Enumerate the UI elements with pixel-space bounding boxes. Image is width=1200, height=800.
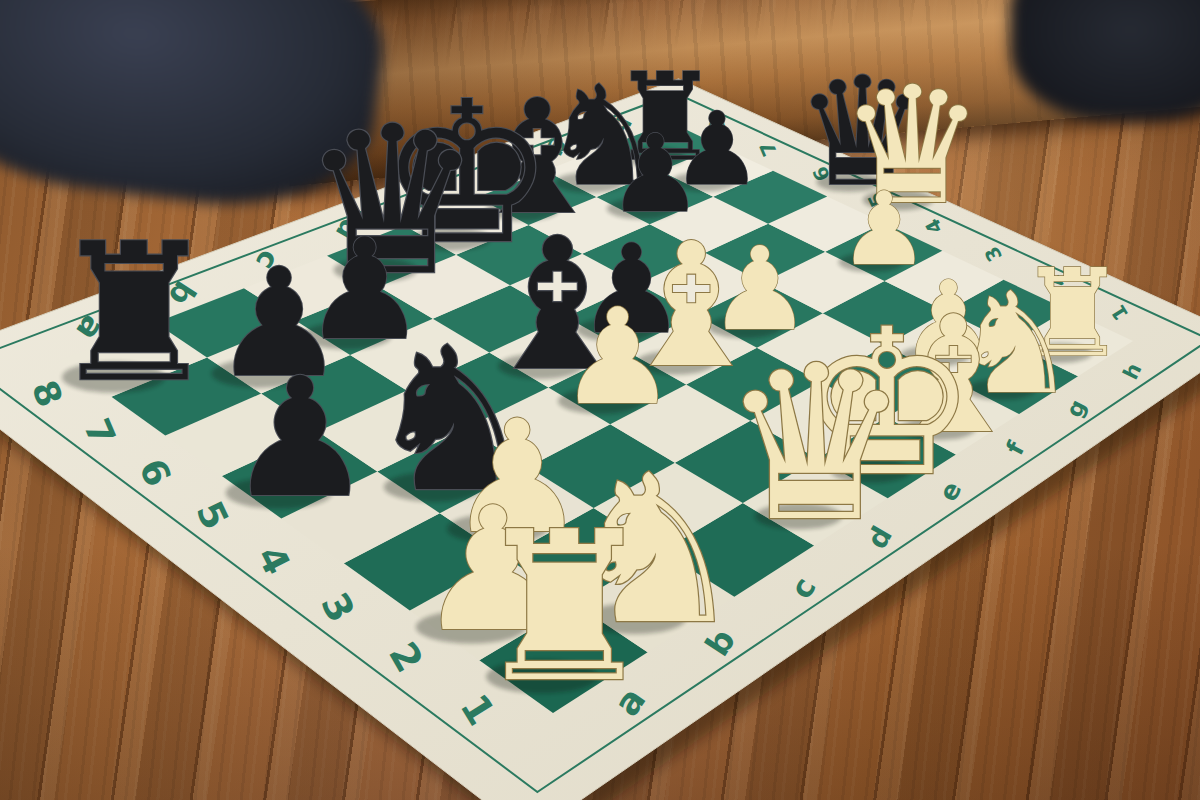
white-rook-glyph: ♜ — [472, 487, 657, 728]
white-queen-glyph: ♛ — [720, 320, 911, 568]
black-rook-glyph: ♜ — [49, 202, 220, 424]
piece-white-queen-d1[interactable]: ♛ — [720, 320, 911, 568]
piece-black-pawn-a5[interactable]: ♟ — [226, 342, 374, 534]
piece-white-rook-a1[interactable]: ♜ — [472, 487, 657, 728]
chess-board: 1a1a2b2b3c3c4d4d5e5e6f6f7g7g8h8h♜♟♛♞♛♟♝♚… — [0, 0, 1200, 800]
piece-black-rook-a8[interactable]: ♜ — [49, 202, 220, 424]
black-pawn-glyph: ♟ — [226, 342, 374, 534]
chessboard-photo-scene: 1a1a2b2b3c3c4d4d5e5e6f6f7g7g8h8h♜♟♛♞♛♟♝♚… — [0, 0, 1200, 800]
